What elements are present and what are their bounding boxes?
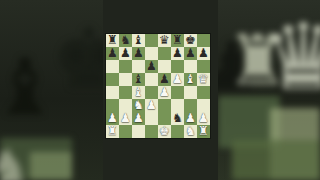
piece-white-pawn[interactable]: ♟ (119, 112, 132, 125)
square-f7[interactable]: ♟ (171, 47, 184, 60)
piece-white-knight[interactable]: ♞ (184, 125, 197, 138)
square-c7[interactable]: ♟ (132, 47, 145, 60)
blurred-backdrop-right: ♟♜♛ (218, 0, 320, 180)
square-h1[interactable]: ♜ (197, 125, 210, 138)
square-c2[interactable]: ♟ (132, 112, 145, 125)
piece-white-pawn[interactable]: ♟ (158, 86, 171, 99)
square-b5[interactable] (119, 73, 132, 86)
chess-board: ♜♞♝♛♜♚♟♟♟♟♟♟♟♝♟♟♝♛♝♟♞♟♟♟♟♞♟♟♜♚♞♜ (106, 34, 210, 138)
square-d6[interactable]: ♟ (145, 60, 158, 73)
piece-black-pawn[interactable]: ♟ (184, 47, 197, 60)
square-g5[interactable]: ♝ (184, 73, 197, 86)
square-f1[interactable] (171, 125, 184, 138)
square-f4[interactable] (171, 86, 184, 99)
square-b1[interactable] (119, 125, 132, 138)
square-d2[interactable] (145, 112, 158, 125)
blurred-backdrop-left: ♝♚♞ (0, 0, 103, 180)
piece-black-knight[interactable]: ♞ (171, 112, 184, 125)
piece-white-rook[interactable]: ♜ (197, 125, 210, 138)
square-h5[interactable]: ♛ (197, 73, 210, 86)
square-a1[interactable]: ♜ (106, 125, 119, 138)
square-d8[interactable] (145, 34, 158, 47)
piece-black-pawn[interactable]: ♟ (171, 47, 184, 60)
piece-black-queen[interactable]: ♛ (158, 34, 171, 47)
square-g7[interactable]: ♟ (184, 47, 197, 60)
square-g1[interactable]: ♞ (184, 125, 197, 138)
square-f5[interactable]: ♟ (171, 73, 184, 86)
piece-black-pawn[interactable]: ♟ (145, 60, 158, 73)
blurred-dark-square-patch (232, 140, 320, 180)
square-a5[interactable] (106, 73, 119, 86)
square-e3[interactable] (158, 99, 171, 112)
square-d5[interactable] (145, 73, 158, 86)
square-a7[interactable]: ♟ (106, 47, 119, 60)
square-f2[interactable]: ♞ (171, 112, 184, 125)
piece-white-king[interactable]: ♚ (158, 125, 171, 138)
square-e7[interactable] (158, 47, 171, 60)
piece-black-pawn[interactable]: ♟ (106, 47, 119, 60)
blurred-dark-bishop-icon: ♝ (0, 48, 60, 126)
square-e8[interactable]: ♛ (158, 34, 171, 47)
blurred-light-square-patch (30, 152, 72, 180)
piece-black-pawn[interactable]: ♟ (119, 47, 132, 60)
blurred-backdrop-left-decor: ♝♚♞ (0, 0, 103, 180)
piece-black-pawn[interactable]: ♟ (197, 47, 210, 60)
square-g4[interactable] (184, 86, 197, 99)
square-h4[interactable] (197, 86, 210, 99)
video-frame: ♝♚♞ ♟♜♛ ♜♞♝♛♜♚♟♟♟♟♟♟♟♝♟♟♝♛♝♟♞♟♟♟♟♞♟♟♜♚♞♜ (0, 0, 320, 180)
piece-white-pawn[interactable]: ♟ (145, 99, 158, 112)
piece-white-rook[interactable]: ♜ (106, 125, 119, 138)
square-b2[interactable]: ♟ (119, 112, 132, 125)
square-d1[interactable] (145, 125, 158, 138)
piece-white-bishop[interactable]: ♝ (184, 73, 197, 86)
square-h7[interactable]: ♟ (197, 47, 210, 60)
square-b6[interactable] (119, 60, 132, 73)
square-e1[interactable]: ♚ (158, 125, 171, 138)
piece-white-pawn[interactable]: ♟ (132, 112, 145, 125)
piece-white-queen[interactable]: ♛ (197, 73, 210, 86)
square-b4[interactable] (119, 86, 132, 99)
square-d3[interactable]: ♟ (145, 99, 158, 112)
square-b7[interactable]: ♟ (119, 47, 132, 60)
square-a6[interactable] (106, 60, 119, 73)
square-a4[interactable] (106, 86, 119, 99)
blurred-light-queen-icon: ♛ (262, 12, 320, 104)
square-e4[interactable]: ♟ (158, 86, 171, 99)
piece-white-pawn[interactable]: ♟ (171, 73, 184, 86)
square-c1[interactable] (132, 125, 145, 138)
blurred-backdrop-right-decor: ♟♜♛ (218, 0, 320, 180)
piece-black-pawn[interactable]: ♟ (132, 47, 145, 60)
blurred-light-knight-icon: ♞ (0, 142, 31, 180)
